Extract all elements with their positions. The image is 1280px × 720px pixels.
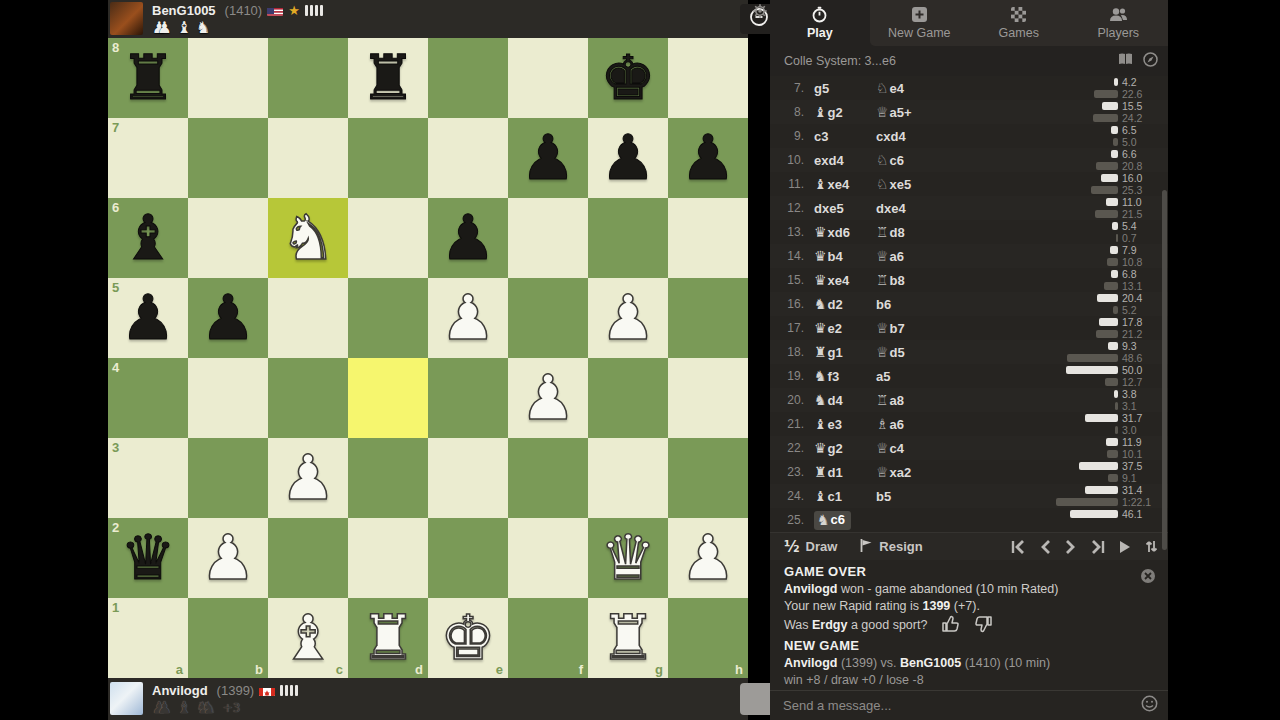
forward-icon[interactable]: [1065, 540, 1076, 554]
square-g3[interactable]: [588, 438, 668, 518]
black-time-bar: [1096, 330, 1118, 338]
time-spent-label: 9.3: [1122, 340, 1162, 352]
move-black[interactable]: ♖d8: [876, 224, 956, 240]
move-time-bars: 11.021.5: [1056, 197, 1162, 220]
move-number: 10.: [782, 153, 804, 167]
square-a7[interactable]: 7: [108, 118, 188, 198]
square-c3[interactable]: ♟: [268, 438, 348, 518]
flip-board-icon[interactable]: [1145, 539, 1158, 554]
move-row: 11.♝xe4♘xe516.025.3: [770, 172, 1168, 196]
piece-white-pawn[interactable]: ♟: [520, 358, 576, 438]
piece-icon-queen: ♛: [814, 224, 827, 240]
square-f7[interactable]: ♟: [508, 118, 588, 198]
square-f5[interactable]: [508, 278, 588, 358]
piece-icon-rook: ♖: [876, 392, 889, 408]
canada-flag-icon: [259, 685, 275, 696]
move-white[interactable]: ♞f3: [814, 368, 876, 384]
move-number: 16.: [782, 297, 804, 311]
white-time-bar: [1070, 510, 1118, 518]
piece-icon-queen: ♛: [814, 440, 827, 456]
move-black[interactable]: ♕b7: [876, 320, 956, 336]
square-e2[interactable]: [428, 518, 508, 598]
time-spent-label: 22.6: [1122, 88, 1162, 100]
time-spent-label: 5.2: [1122, 304, 1162, 316]
white-time-bar: [1110, 246, 1118, 254]
square-b1[interactable]: b: [188, 598, 268, 678]
piece-icon-bishop: ♝: [814, 488, 827, 504]
piece-black-pawn[interactable]: ♟: [440, 198, 496, 278]
white-time-bar: [1101, 174, 1118, 182]
square-c8[interactable]: [268, 38, 348, 118]
move-time-bars: 4.222.6: [1056, 77, 1162, 100]
piece-white-rook[interactable]: ♜: [600, 598, 656, 678]
piece-icon-knight: ♞: [817, 512, 830, 528]
piece-icon-rook: ♖: [876, 224, 889, 240]
time-spent-label: 48.6: [1122, 352, 1162, 364]
move-black[interactable]: ♕a5+: [876, 104, 956, 120]
player-rating: (1410): [225, 3, 263, 18]
piece-black-pawn[interactable]: ♟: [600, 118, 656, 198]
us-flag-icon: [267, 5, 283, 16]
thumbs-up-icon[interactable]: [941, 615, 960, 636]
white-time-bar: [1102, 102, 1118, 110]
resign-button[interactable]: Resign: [859, 538, 922, 556]
piece-icon-knight: ♘: [876, 176, 889, 192]
skip-to-start-icon[interactable]: [1011, 540, 1026, 554]
time-spent-label: 17.8: [1122, 316, 1162, 328]
piece-black-king[interactable]: ♚: [600, 38, 656, 118]
file-label: b: [255, 662, 263, 677]
message-input[interactable]: [783, 698, 1141, 713]
white-time-bar: [1108, 342, 1118, 350]
move-black[interactable]: ♗a6: [876, 416, 956, 432]
timer-icon: [811, 6, 828, 23]
square-b4[interactable]: [188, 358, 268, 438]
tab-bar: Play New Game Games Players: [770, 0, 1168, 46]
white-time-bar: [1114, 390, 1118, 398]
rank-label: 1: [112, 600, 119, 615]
square-c4[interactable]: [268, 358, 348, 438]
move-white[interactable]: ♛e2: [814, 320, 876, 336]
piece-icon-queen: ♕: [876, 104, 889, 120]
square-c2[interactable]: [268, 518, 348, 598]
move-white[interactable]: ♜g1: [814, 344, 876, 360]
captured-pieces-top: ♟♟♝♞: [152, 20, 323, 36]
move-white[interactable]: ♛xe4: [814, 272, 876, 288]
time-spent-label: 10.8: [1122, 256, 1162, 268]
avatar[interactable]: [110, 2, 143, 35]
players-icon: [1109, 7, 1128, 23]
square-c7[interactable]: [268, 118, 348, 198]
move-number: 25.: [782, 513, 804, 527]
move-row: 24.♝c1b531.41:22.1: [770, 484, 1168, 508]
piece-icon-queen: ♛: [814, 320, 827, 336]
square-h5[interactable]: [668, 278, 748, 358]
captured-group-bishop: ♝: [177, 700, 191, 716]
time-spent-label: 11.9: [1122, 436, 1162, 448]
move-black[interactable]: b6: [876, 297, 956, 312]
square-e8[interactable]: [428, 38, 508, 118]
white-time-bar: [1112, 222, 1118, 230]
white-time-bar: [1111, 126, 1118, 134]
autoplay-icon[interactable]: [1119, 540, 1131, 554]
move-white[interactable]: ♛xd6: [814, 224, 876, 240]
move-black[interactable]: ♘xe5: [876, 176, 956, 192]
white-time-bar: [1099, 318, 1118, 326]
time-spent-label: 5.0: [1122, 136, 1162, 148]
move-row: 12.dxe5dxe411.021.5: [770, 196, 1168, 220]
white-time-bar: [1079, 462, 1118, 470]
square-d7[interactable]: [348, 118, 428, 198]
move-row: 10.exd4♘c66.620.8: [770, 148, 1168, 172]
square-a8[interactable]: ♜8: [108, 38, 188, 118]
tab-players[interactable]: Players: [1069, 0, 1169, 46]
square-e7[interactable]: [428, 118, 508, 198]
current-move-highlight: ♞c6: [814, 511, 851, 530]
move-time-bars: 7.910.8: [1056, 245, 1162, 268]
white-time-bar: [1085, 486, 1118, 494]
move-number: 23.: [782, 465, 804, 479]
move-number: 22.: [782, 441, 804, 455]
square-e6[interactable]: ♟: [428, 198, 508, 278]
time-spent-label: 25.3: [1122, 184, 1162, 196]
tab-new-game[interactable]: New Game: [870, 0, 970, 46]
move-row: 23.♜d1♕xa237.59.1: [770, 460, 1168, 484]
back-icon[interactable]: [1040, 540, 1051, 554]
thumbs-down-icon[interactable]: [974, 615, 993, 636]
file-label: c: [336, 662, 343, 677]
black-time-bar: [1093, 114, 1118, 122]
captured-group-pawn: ♟♟: [152, 700, 172, 716]
piece-white-bishop[interactable]: ♝: [280, 598, 336, 678]
time-spent-label: 6.8: [1122, 268, 1162, 280]
black-time-bar: [1104, 282, 1118, 290]
rank-label: 8: [112, 40, 119, 55]
white-time-bar: [1111, 150, 1118, 158]
move-row: 15.♛xe4♖b86.813.1: [770, 268, 1168, 292]
black-time-bar: [1108, 474, 1118, 482]
controls-row: ½ Draw Resign: [770, 532, 1168, 560]
piece-white-queen[interactable]: ♛: [600, 518, 656, 598]
time-spent-label: 11.0: [1122, 196, 1162, 208]
captured-pieces-bottom: ♟♟♝♞♞+3: [152, 700, 298, 716]
piece-icon-queen: ♛: [814, 272, 827, 288]
piece-icon-knight: ♞: [814, 296, 827, 312]
piece-black-pawn[interactable]: ♟: [120, 278, 176, 358]
piece-black-rook[interactable]: ♜: [360, 38, 416, 118]
opening-row: Colle System: 3...e6: [770, 46, 1168, 76]
message-bar: [770, 690, 1168, 720]
square-d6[interactable]: [348, 198, 428, 278]
square-g4[interactable]: [588, 358, 668, 438]
time-spent-label: 3.1: [1122, 400, 1162, 412]
move-black[interactable]: ♖a8: [876, 392, 956, 408]
move-row: 14.♛b4♕a67.910.8: [770, 244, 1168, 268]
skip-to-end-icon[interactable]: [1090, 540, 1105, 554]
time-spent-label: 6.5: [1122, 124, 1162, 136]
black-time-bar: [1067, 354, 1118, 362]
square-f4[interactable]: ♟: [508, 358, 588, 438]
move-number: 17.: [782, 321, 804, 335]
black-time-bar: [1095, 210, 1118, 218]
time-spent-label: 21.5: [1122, 208, 1162, 220]
move-time-bars: 5.40.7: [1056, 221, 1162, 244]
settings-gear-icon[interactable]: [752, 3, 768, 23]
move-row: 20.♞d4♖a83.83.1: [770, 388, 1168, 412]
square-f1[interactable]: f: [508, 598, 588, 678]
file-label: a: [176, 662, 183, 677]
move-row: 7.g5♘e44.222.6: [770, 76, 1168, 100]
rank-label: 5: [112, 280, 119, 295]
square-a3[interactable]: 3: [108, 438, 188, 518]
white-time-bar: [1106, 198, 1118, 206]
move-black[interactable]: dxe4: [876, 201, 956, 216]
square-d2[interactable]: [348, 518, 428, 598]
new-game-panel: NEW GAME Anvilogd (1399) vs. BenG1005 (1…: [770, 636, 1168, 687]
square-h8[interactable]: [668, 38, 748, 118]
square-e5[interactable]: ♟: [428, 278, 508, 358]
time-spent-label: 24.2: [1122, 112, 1162, 124]
square-d3[interactable]: [348, 438, 428, 518]
square-b2[interactable]: ♟: [188, 518, 268, 598]
move-white[interactable]: dxe5: [814, 201, 876, 216]
explorer-compass-icon[interactable]: [1143, 52, 1158, 71]
square-d8[interactable]: ♜: [348, 38, 428, 118]
square-g7[interactable]: ♟: [588, 118, 668, 198]
book-icon[interactable]: [1118, 52, 1133, 70]
smiley-icon[interactable]: [1141, 695, 1158, 716]
square-e1[interactable]: ♚e: [428, 598, 508, 678]
piece-icon-knight: ♞: [814, 392, 827, 408]
rank-label: 7: [112, 120, 119, 135]
square-h3[interactable]: [668, 438, 748, 518]
piece-icon-queen: ♛: [814, 248, 827, 264]
square-e4[interactable]: [428, 358, 508, 438]
player-name[interactable]: BenG1005: [152, 3, 216, 18]
draw-button[interactable]: ½ Draw: [784, 538, 837, 556]
stakes-line: win +8 / draw +0 / lose -8: [784, 673, 1154, 687]
square-a1[interactable]: 1a: [108, 598, 188, 678]
white-time-bar: [1066, 366, 1119, 374]
black-time-bar: [1105, 378, 1118, 386]
time-spent-label: 12.7: [1122, 376, 1162, 388]
square-f6[interactable]: [508, 198, 588, 278]
move-row: 19.♞f3a550.012.7: [770, 364, 1168, 388]
piece-icon-queen: ♕: [876, 344, 889, 360]
move-time-bars: 6.55.0: [1056, 125, 1162, 148]
square-c6[interactable]: ♞: [268, 198, 348, 278]
piece-white-pawn[interactable]: ♟: [200, 518, 256, 598]
move-black[interactable]: cxd4: [876, 129, 956, 144]
piece-white-pawn[interactable]: ♟: [440, 278, 496, 358]
move-time-bars: 20.45.2: [1056, 293, 1162, 316]
square-g1[interactable]: ♜g: [588, 598, 668, 678]
square-h2[interactable]: ♟: [668, 518, 748, 598]
good-sport-row: Was Erdgy a good sport?: [770, 612, 1168, 638]
move-black[interactable]: a5: [876, 369, 956, 384]
move-white[interactable]: ♛g2: [814, 440, 876, 456]
move-number: 19.: [782, 369, 804, 383]
time-spent-label: 0.7: [1122, 232, 1162, 244]
move-black[interactable]: ♕d5: [876, 344, 956, 360]
time-spent-label: 3.8: [1122, 388, 1162, 400]
square-g6[interactable]: [588, 198, 668, 278]
black-time-bar: [1056, 498, 1118, 506]
square-f2[interactable]: [508, 518, 588, 598]
time-spent-label: 37.5: [1122, 460, 1162, 472]
square-b8[interactable]: [188, 38, 268, 118]
time-spent-label: 21.2: [1122, 328, 1162, 340]
square-b6[interactable]: [188, 198, 268, 278]
move-time-bars: 46.1: [1056, 509, 1162, 532]
piece-black-queen[interactable]: ♛: [120, 518, 176, 598]
piece-black-pawn[interactable]: ♟: [200, 278, 256, 358]
move-black[interactable]: ♕c4: [876, 440, 956, 456]
move-black[interactable]: b5: [876, 489, 956, 504]
move-time-bars: 31.73.0: [1056, 413, 1162, 436]
piece-icon-rook: ♜: [814, 344, 827, 360]
opening-name[interactable]: Colle System: 3...e6: [784, 54, 1118, 68]
player-name[interactable]: Anvilogd: [152, 683, 208, 698]
square-h4[interactable]: [668, 358, 748, 438]
move-white[interactable]: g5: [814, 81, 876, 96]
time-spent-label: 10.1: [1122, 448, 1162, 460]
square-c5[interactable]: [268, 278, 348, 358]
time-spent-label: 3.0: [1122, 424, 1162, 436]
move-time-bars: 6.813.1: [1056, 269, 1162, 292]
piece-icon-queen: ♕: [876, 464, 889, 480]
move-white[interactable]: ♞d4: [814, 392, 876, 408]
square-b5[interactable]: ♟: [188, 278, 268, 358]
tab-play[interactable]: Play: [770, 0, 870, 46]
black-time-bar: [1091, 186, 1118, 194]
square-e3[interactable]: [428, 438, 508, 518]
black-time-bar: [1113, 306, 1118, 314]
move-black[interactable]: ♘c6: [876, 152, 956, 168]
piece-black-bishop[interactable]: ♝: [120, 198, 176, 278]
square-b3[interactable]: [188, 438, 268, 518]
square-a2[interactable]: ♛2: [108, 518, 188, 598]
piece-white-rook[interactable]: ♜: [360, 598, 416, 678]
move-white[interactable]: ♝xe4: [814, 176, 876, 192]
time-spent-label: 5.4: [1122, 220, 1162, 232]
move-number: 7.: [782, 81, 804, 95]
piece-white-king[interactable]: ♚: [440, 598, 496, 678]
move-number: 8.: [782, 105, 804, 119]
move-row: 18.♜g1♕d59.348.6: [770, 340, 1168, 364]
black-time-bar: [1107, 450, 1118, 458]
avatar[interactable]: [110, 682, 143, 715]
move-row: 17.♛e2♕b717.821.2: [770, 316, 1168, 340]
move-black[interactable]: ♖b8: [876, 272, 956, 288]
square-d1[interactable]: ♜d: [348, 598, 428, 678]
move-navigation: [1011, 539, 1158, 554]
move-list: 7.g5♘e44.222.68.♝g2♕a5+15.524.29.c3cxd46…: [770, 76, 1168, 532]
sidebar-scrollbar[interactable]: [1162, 190, 1167, 550]
move-black[interactable]: ♘e4: [876, 80, 956, 96]
piece-icon-bishop: ♝: [814, 104, 827, 120]
piece-white-pawn[interactable]: ♟: [680, 518, 736, 598]
move-number: 9.: [782, 129, 804, 143]
square-g8[interactable]: ♚: [588, 38, 668, 118]
piece-white-pawn[interactable]: ♟: [280, 438, 336, 518]
plus-icon: [911, 6, 928, 23]
square-h7[interactable]: ♟: [668, 118, 748, 198]
mute-icon[interactable]: [1140, 568, 1156, 588]
rank-label: 3: [112, 440, 119, 455]
move-white[interactable]: ♝c1: [814, 488, 876, 504]
move-white[interactable]: ♜d1: [814, 464, 876, 480]
move-black[interactable]: ♕a6: [876, 248, 956, 264]
square-g5[interactable]: ♟: [588, 278, 668, 358]
half-icon: ½: [784, 538, 800, 556]
move-white[interactable]: ♞c6: [814, 511, 876, 530]
piece-black-pawn[interactable]: ♟: [520, 118, 576, 198]
move-time-bars: 9.348.6: [1056, 341, 1162, 364]
time-spent-label: 15.5: [1122, 100, 1162, 112]
rating-bars-icon: [305, 5, 323, 16]
time-spent-label: 1:22.1: [1122, 496, 1162, 508]
rating-line: Your new Rapid rating is 1399 (+7).: [784, 599, 1154, 613]
move-time-bars: 17.821.2: [1056, 317, 1162, 340]
tab-games[interactable]: Games: [969, 0, 1069, 46]
square-a5[interactable]: ♟5: [108, 278, 188, 358]
piece-icon-knight: ♘: [876, 80, 889, 96]
move-time-bars: 37.59.1: [1056, 461, 1162, 484]
time-spent-label: 16.0: [1122, 172, 1162, 184]
square-h6[interactable]: [668, 198, 748, 278]
move-number: 15.: [782, 273, 804, 287]
square-f3[interactable]: [508, 438, 588, 518]
move-white[interactable]: exd4: [814, 153, 876, 168]
black-time-bar: [1115, 426, 1118, 434]
board-grid-icon: [1010, 6, 1027, 23]
move-black[interactable]: ♕xa2: [876, 464, 956, 480]
piece-black-rook[interactable]: ♜: [120, 38, 176, 118]
move-row: 9.c3cxd46.55.0: [770, 124, 1168, 148]
square-d4[interactable]: [348, 358, 428, 438]
piece-white-pawn[interactable]: ♟: [600, 278, 656, 358]
square-a6[interactable]: ♝6: [108, 198, 188, 278]
move-white[interactable]: ♞d2: [814, 296, 876, 312]
piece-white-knight[interactable]: ♞: [280, 198, 336, 278]
move-white[interactable]: ♝e3: [814, 416, 876, 432]
square-f8[interactable]: [508, 38, 588, 118]
white-time-bar: [1097, 294, 1118, 302]
square-h1[interactable]: h: [668, 598, 748, 678]
move-white[interactable]: ♛b4: [814, 248, 876, 264]
piece-black-pawn[interactable]: ♟: [680, 118, 736, 198]
time-spent-label: 7.9: [1122, 244, 1162, 256]
square-g2[interactable]: ♛: [588, 518, 668, 598]
black-time-bar: [1094, 90, 1118, 98]
file-label: e: [496, 662, 503, 677]
sidebar: Play New Game Games Players: [770, 0, 1168, 720]
piece-icon-queen: ♕: [876, 440, 889, 456]
square-d5[interactable]: [348, 278, 428, 358]
matchup-line: Anvilogd (1399) vs. BenG1005 (1410) (10 …: [784, 656, 1154, 670]
time-spent-label: 20.4: [1122, 292, 1162, 304]
square-c1[interactable]: ♝c: [268, 598, 348, 678]
square-a4[interactable]: 4: [108, 358, 188, 438]
move-white[interactable]: c3: [814, 129, 876, 144]
rank-label: 2: [112, 520, 119, 535]
square-b7[interactable]: [188, 118, 268, 198]
move-white[interactable]: ♝g2: [814, 104, 876, 120]
time-spent-label: 50.0: [1122, 364, 1162, 376]
time-spent-label: 9.1: [1122, 472, 1162, 484]
white-time-bar: [1111, 270, 1118, 278]
